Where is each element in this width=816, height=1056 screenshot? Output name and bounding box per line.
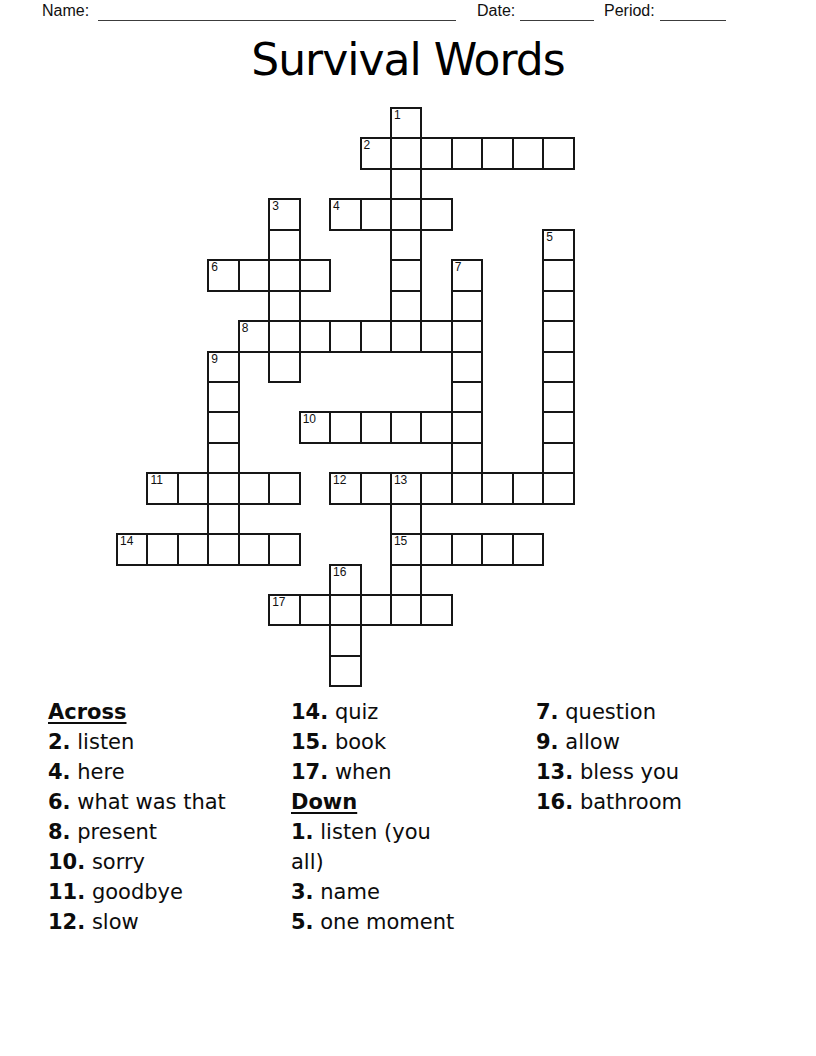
grid-cell-r14c9[interactable]: 15	[390, 533, 422, 565]
grid-cell-r12c10[interactable]	[420, 472, 452, 504]
clue-text: bathroom	[573, 790, 682, 814]
down-clue-1: 1. listen (you all)	[291, 817, 469, 877]
grid-cell-r11c3[interactable]	[207, 442, 239, 474]
grid-cell-r12c8[interactable]	[360, 472, 392, 504]
clue-number-label: 5.	[291, 910, 314, 934]
grid-cell-r10c14[interactable]	[542, 411, 574, 443]
clue-column-2: 14. quiz15. book17. whenDown1. listen (y…	[291, 697, 469, 937]
clue-number-label: 11.	[48, 880, 85, 904]
cell-number-4: 4	[333, 200, 340, 213]
clue-text: one moment	[314, 910, 455, 934]
clue-number-label: 1.	[291, 820, 314, 844]
across-clue-10: 10. sorry	[48, 847, 298, 877]
grid-cell-r1c11[interactable]	[451, 137, 483, 169]
clue-number-label: 9.	[536, 730, 559, 754]
date-label: Date:	[477, 2, 515, 20]
clue-text: goodbye	[85, 880, 183, 904]
clue-number-label: 6.	[48, 790, 71, 814]
grid-cell-r12c3[interactable]	[207, 472, 239, 504]
grid-cell-r3c5[interactable]: 3	[268, 198, 300, 230]
cell-number-11: 11	[150, 474, 162, 487]
grid-cell-r1c10[interactable]	[420, 137, 452, 169]
across-clue-6: 6. what was that	[48, 787, 298, 817]
grid-cell-r14c11[interactable]	[451, 533, 483, 565]
grid-cell-r12c2[interactable]	[177, 472, 209, 504]
cell-number-8: 8	[242, 322, 249, 335]
crossword-grid: 1234567891011121314151617	[117, 108, 574, 686]
clue-column-3: 7. question9. allow13. bless you16. bath…	[536, 697, 812, 817]
grid-cell-r1c13[interactable]	[512, 137, 544, 169]
grid-cell-r5c3[interactable]: 6	[207, 259, 239, 291]
grid-cell-r9c11[interactable]	[451, 381, 483, 413]
cell-number-3: 3	[272, 200, 279, 213]
grid-cell-r16c7[interactable]	[329, 594, 361, 626]
grid-cell-r2c9[interactable]	[390, 168, 422, 200]
grid-cell-r7c4[interactable]: 8	[238, 320, 270, 352]
grid-cell-r4c5[interactable]	[268, 229, 300, 261]
clue-number-label: 3.	[291, 880, 314, 904]
grid-cell-r12c13[interactable]	[512, 472, 544, 504]
grid-cell-r1c9[interactable]	[390, 137, 422, 169]
grid-cell-r3c9[interactable]	[390, 198, 422, 230]
down-clue-5: 5. one moment	[291, 907, 469, 937]
down-clue-13: 13. bless you	[536, 757, 812, 787]
period-label: Period:	[604, 2, 655, 20]
grid-cell-r3c10[interactable]	[420, 198, 452, 230]
grid-cell-r12c4[interactable]	[238, 472, 270, 504]
grid-cell-r7c8[interactable]	[360, 320, 392, 352]
cell-number-9: 9	[211, 353, 218, 366]
grid-cell-r12c9[interactable]: 13	[390, 472, 422, 504]
grid-cell-r10c8[interactable]	[360, 411, 392, 443]
grid-cell-r6c9[interactable]	[390, 290, 422, 322]
cell-number-15: 15	[394, 535, 407, 548]
cell-number-10: 10	[303, 413, 316, 426]
clue-text: bless you	[573, 760, 679, 784]
across-clue-14: 14. quiz	[291, 697, 469, 727]
grid-cell-r5c14[interactable]	[542, 259, 574, 291]
grid-cell-r12c5[interactable]	[268, 472, 300, 504]
across-clue-12: 12. slow	[48, 907, 298, 937]
grid-cell-r11c11[interactable]	[451, 442, 483, 474]
clue-number-label: 8.	[48, 820, 71, 844]
grid-cell-r1c12[interactable]	[481, 137, 513, 169]
grid-cell-r15c9[interactable]	[390, 564, 422, 596]
date-blank-line[interactable]	[520, 2, 594, 21]
grid-cell-r12c14[interactable]	[542, 472, 574, 504]
clue-number-label: 14.	[291, 700, 328, 724]
grid-cell-r14c10[interactable]	[420, 533, 452, 565]
name-blank-line[interactable]	[98, 2, 456, 21]
worksheet-page: { "game": "crossword", "title": "Surviva…	[0, 0, 816, 1056]
cell-number-17: 17	[272, 596, 285, 609]
grid-cell-r14c2[interactable]	[177, 533, 209, 565]
cell-number-2: 2	[364, 139, 371, 152]
grid-cell-r6c5[interactable]	[268, 290, 300, 322]
grid-cell-r10c7[interactable]	[329, 411, 361, 443]
grid-cell-r7c9[interactable]	[390, 320, 422, 352]
cell-number-5: 5	[546, 231, 553, 244]
grid-cell-r5c4[interactable]	[238, 259, 270, 291]
across-clue-15: 15. book	[291, 727, 469, 757]
clue-number-label: 16.	[536, 790, 573, 814]
cell-number-1: 1	[394, 109, 401, 122]
grid-cell-r14c5[interactable]	[268, 533, 300, 565]
grid-cell-r16c6[interactable]	[299, 594, 331, 626]
grid-cell-r11c14[interactable]	[542, 442, 574, 474]
clue-number-label: 13.	[536, 760, 573, 784]
grid-cell-r8c14[interactable]	[542, 351, 574, 383]
grid-cell-r10c3[interactable]	[207, 411, 239, 443]
grid-cell-r15c7[interactable]: 16	[329, 564, 361, 596]
grid-cell-r7c14[interactable]	[542, 320, 574, 352]
clue-text: book	[328, 730, 386, 754]
grid-cell-r1c8[interactable]: 2	[360, 137, 392, 169]
grid-cell-r12c12[interactable]	[481, 472, 513, 504]
across-clue-2: 2. listen	[48, 727, 298, 757]
grid-cell-r10c6[interactable]: 10	[299, 411, 331, 443]
across-heading: Across	[48, 697, 298, 727]
grid-cell-r8c11[interactable]	[451, 351, 483, 383]
cell-number-13: 13	[394, 474, 407, 487]
cell-number-12: 12	[333, 474, 346, 487]
grid-cell-r12c7[interactable]: 12	[329, 472, 361, 504]
grid-cell-r5c9[interactable]	[390, 259, 422, 291]
clue-text: when	[328, 760, 391, 784]
grid-cell-r16c5[interactable]: 17	[268, 594, 300, 626]
grid-cell-r6c11[interactable]	[451, 290, 483, 322]
grid-cell-r16c8[interactable]	[360, 594, 392, 626]
clue-number-label: 10.	[48, 850, 85, 874]
grid-cell-r4c14[interactable]: 5	[542, 229, 574, 261]
across-clue-4: 4. here	[48, 757, 298, 787]
grid-cell-r14c4[interactable]	[238, 533, 270, 565]
grid-cell-r17c7[interactable]	[329, 624, 361, 656]
clue-text: listen	[71, 730, 135, 754]
grid-cell-r18c7[interactable]	[329, 655, 361, 687]
grid-cell-r13c9[interactable]	[390, 503, 422, 535]
cell-number-14: 14	[120, 535, 133, 548]
cell-number-7: 7	[455, 261, 462, 274]
clue-text: present	[71, 820, 158, 844]
down-clue-9: 9. allow	[536, 727, 812, 757]
grid-cell-r3c7[interactable]: 4	[329, 198, 361, 230]
clue-number-label: 12.	[48, 910, 85, 934]
clue-number-label: 17.	[291, 760, 328, 784]
grid-cell-r5c6[interactable]	[299, 259, 331, 291]
grid-cell-r14c1[interactable]	[146, 533, 178, 565]
grid-cell-r1c14[interactable]	[542, 137, 574, 169]
grid-cell-r7c7[interactable]	[329, 320, 361, 352]
grid-cell-r10c11[interactable]	[451, 411, 483, 443]
across-clue-11: 11. goodbye	[48, 877, 298, 907]
clue-number-label: 7.	[536, 700, 559, 724]
grid-cell-r5c5[interactable]	[268, 259, 300, 291]
down-clue-3: 3. name	[291, 877, 469, 907]
clue-number-label: 2.	[48, 730, 71, 754]
clue-text: question	[559, 700, 656, 724]
clue-text: name	[314, 880, 380, 904]
grid-cell-r12c1[interactable]: 11	[146, 472, 178, 504]
grid-cell-r9c14[interactable]	[542, 381, 574, 413]
clue-text: slow	[85, 910, 138, 934]
grid-cell-r14c12[interactable]	[481, 533, 513, 565]
grid-cell-r14c3[interactable]	[207, 533, 239, 565]
clue-text: what was that	[71, 790, 226, 814]
grid-cell-r16c10[interactable]	[420, 594, 452, 626]
down-clue-7: 7. question	[536, 697, 812, 727]
grid-cell-r12c11[interactable]	[451, 472, 483, 504]
cell-number-16: 16	[333, 566, 346, 579]
clue-column-1: Across2. listen4. here6. what was that8.…	[48, 697, 298, 937]
grid-cell-r7c11[interactable]	[451, 320, 483, 352]
grid-cell-r8c3[interactable]: 9	[207, 351, 239, 383]
grid-cell-r5c11[interactable]: 7	[451, 259, 483, 291]
grid-cell-r8c5[interactable]	[268, 351, 300, 383]
puzzle-title: Survival Words	[0, 34, 816, 86]
clue-text: here	[71, 760, 125, 784]
grid-cell-r14c0[interactable]: 14	[116, 533, 148, 565]
cell-number-6: 6	[211, 261, 218, 274]
grid-cell-r16c9[interactable]	[390, 594, 422, 626]
grid-cell-r13c3[interactable]	[207, 503, 239, 535]
across-clue-17: 17. when	[291, 757, 469, 787]
grid-cell-r7c10[interactable]	[420, 320, 452, 352]
grid-cell-r7c6[interactable]	[299, 320, 331, 352]
clue-number-label: 15.	[291, 730, 328, 754]
grid-cell-r0c9[interactable]: 1	[390, 107, 422, 139]
grid-cell-r6c14[interactable]	[542, 290, 574, 322]
clue-text: sorry	[85, 850, 145, 874]
name-label: Name:	[42, 2, 89, 20]
grid-cell-r9c3[interactable]	[207, 381, 239, 413]
across-clue-8: 8. present	[48, 817, 298, 847]
grid-cell-r3c8[interactable]	[360, 198, 392, 230]
period-blank-line[interactable]	[660, 2, 726, 21]
grid-cell-r4c9[interactable]	[390, 229, 422, 261]
down-clue-16: 16. bathroom	[536, 787, 812, 817]
clue-text: quiz	[328, 700, 378, 724]
grid-cell-r10c9[interactable]	[390, 411, 422, 443]
clue-text: allow	[559, 730, 620, 754]
grid-cell-r10c10[interactable]	[420, 411, 452, 443]
clue-number-label: 4.	[48, 760, 71, 784]
down-heading: Down	[291, 787, 469, 817]
grid-cell-r14c13[interactable]	[512, 533, 544, 565]
grid-cell-r7c5[interactable]	[268, 320, 300, 352]
